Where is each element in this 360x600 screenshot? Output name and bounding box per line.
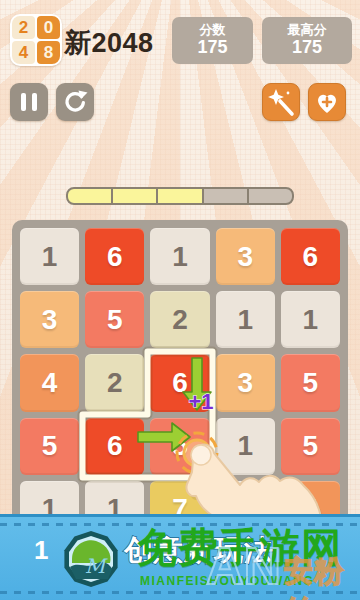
logo-tile: 0 (37, 16, 60, 39)
logo-tile: 4 (12, 41, 35, 64)
tile[interactable]: 5 (85, 291, 144, 348)
add-life-button[interactable] (308, 83, 346, 121)
stitch-line (0, 523, 360, 526)
tile[interactable]: 1 (20, 228, 79, 285)
promo-banner: 1 2 创意新玩法 M (0, 514, 360, 600)
logo-tile: 8 (37, 41, 60, 64)
best-score-box: 最高分 175 (262, 17, 352, 64)
pause-button[interactable] (10, 83, 48, 121)
tile[interactable]: 5 (20, 418, 79, 475)
tile[interactable]: 3 (20, 291, 79, 348)
tile[interactable]: 4 (20, 354, 79, 411)
site-logo-badge: M (62, 529, 120, 589)
tile[interactable]: 6 (281, 228, 340, 285)
progress-segment (111, 187, 158, 205)
best-score-value: 175 (262, 37, 352, 58)
tile[interactable]: 1 (150, 228, 209, 285)
tile[interactable]: 1 (216, 291, 275, 348)
progress-segment (66, 187, 113, 205)
badge-letter: M (85, 554, 109, 578)
magic-wand-button[interactable] (262, 83, 300, 121)
tile[interactable]: 6 (150, 354, 209, 411)
banner-text-right: 创意新玩法 (124, 531, 274, 571)
tile[interactable]: 6 (85, 228, 144, 285)
tile[interactable]: 3 (216, 354, 275, 411)
tile[interactable]: 2 (85, 354, 144, 411)
tile[interactable]: 6 (85, 418, 144, 475)
progress-segment (156, 187, 203, 205)
board: 161363521142635565151174 (12, 220, 348, 546)
score-value: 175 (172, 37, 253, 58)
heart-plus-icon (312, 87, 342, 117)
page-title: 新2048 (64, 25, 154, 61)
tile[interactable]: 2 (150, 291, 209, 348)
magic-wand-icon (266, 87, 296, 117)
tile[interactable]: 5 (281, 418, 340, 475)
pause-icon (21, 93, 37, 111)
tile[interactable]: 1 (281, 291, 340, 348)
progress-segment (247, 187, 294, 205)
restart-icon (60, 87, 90, 117)
logo-tile: 2 (12, 16, 35, 39)
score-box: 分数 175 (172, 17, 253, 64)
game-screen: 2 0 4 8 新2048 分数 175 最高分 175 (0, 0, 360, 600)
best-score-label: 最高分 (262, 22, 352, 37)
stitch-line (0, 591, 360, 594)
tile[interactable]: 3 (216, 228, 275, 285)
progress-bar (66, 187, 294, 205)
score-label: 分数 (172, 22, 253, 37)
progress-segment (202, 187, 249, 205)
tile[interactable]: 1 (216, 418, 275, 475)
app-logo: 2 0 4 8 (10, 14, 62, 66)
tile[interactable]: 5 (281, 354, 340, 411)
tile[interactable]: 5 (150, 418, 209, 475)
restart-button[interactable] (56, 83, 94, 121)
